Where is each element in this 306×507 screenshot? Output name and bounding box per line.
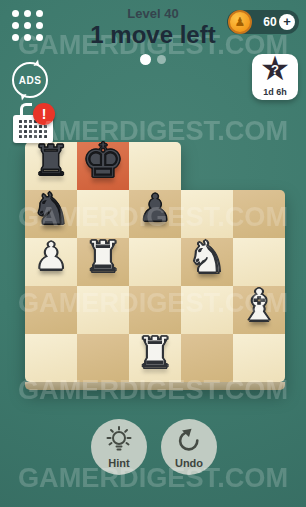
page-dots — [0, 54, 306, 65]
board-cell-r2c2[interactable] — [129, 238, 181, 286]
lightbulb-icon — [104, 425, 134, 455]
undo-arrow-icon — [174, 425, 204, 455]
chess-board[interactable]: ♜♚♞♟♟♜♞♝♜ — [25, 142, 285, 382]
piece-white-rook[interactable]: ♜ — [77, 232, 129, 280]
moves-left-title: 1 move left — [0, 21, 306, 49]
board-cell-r3c3[interactable] — [181, 286, 233, 334]
calendar-dot — [29, 125, 32, 128]
piece-black-knight[interactable]: ♞ — [25, 184, 77, 232]
calendar-dot — [19, 135, 22, 138]
piece-white-bishop[interactable]: ♝ — [233, 280, 285, 328]
calendar-dot — [19, 125, 22, 128]
ads-badge-label: ADS — [19, 75, 42, 86]
calendar-dot — [24, 125, 27, 128]
hint-button[interactable]: Hint — [91, 419, 147, 475]
star-timer: 1d 6h — [252, 87, 298, 97]
piece-black-pawn[interactable]: ♟ — [129, 184, 181, 232]
daily-calendar-icon[interactable]: ! — [13, 103, 57, 147]
notification-badge: ! — [33, 103, 55, 125]
calendar-dot — [29, 135, 32, 138]
board-cell-r4c4[interactable] — [233, 334, 285, 382]
calendar-dot — [44, 125, 47, 128]
piece-white-pawn[interactable]: ♟ — [25, 232, 77, 280]
watermark: GAMERDIGEST.COM — [0, 464, 306, 492]
calendar-dot — [44, 130, 47, 133]
board-cell-r0c2[interactable] — [129, 142, 181, 190]
level-label: Level 40 — [0, 6, 306, 21]
piece-white-knight[interactable]: ♞ — [181, 232, 233, 280]
board-cell-r3c1[interactable] — [77, 286, 129, 334]
calendar-dot — [29, 120, 32, 123]
board-cell-r1c4[interactable] — [233, 190, 285, 238]
calendar-dot — [29, 130, 32, 133]
calendar-dot — [34, 135, 37, 138]
calendar-dot — [34, 125, 37, 128]
piece-white-rook[interactable]: ♜ — [129, 328, 181, 376]
ads-badge-icon[interactable]: ADS — [12, 62, 48, 98]
calendar-dot — [19, 130, 22, 133]
board-cell-r4c0[interactable] — [25, 334, 77, 382]
calendar-dot — [39, 125, 42, 128]
calendar-dot — [34, 130, 37, 133]
calendar-dot — [44, 135, 47, 138]
piece-black-king[interactable]: ♚ — [77, 136, 129, 184]
undo-label: Undo — [161, 457, 217, 469]
calendar-dot — [24, 135, 27, 138]
undo-button[interactable]: Undo — [161, 419, 217, 475]
calendar-dot — [24, 120, 27, 123]
board-cell-r4c3[interactable] — [181, 334, 233, 382]
board-bottom-edge — [25, 382, 285, 390]
calendar-dot — [39, 130, 42, 133]
pocket-chess-screen: GAMERDIGEST.COM GAMERDIGEST.COM GAMERDIG… — [0, 0, 306, 507]
board-cell-r4c1[interactable] — [77, 334, 129, 382]
page-dot-inactive — [157, 55, 166, 64]
board-cell-r3c0[interactable] — [25, 286, 77, 334]
calendar-dot — [24, 130, 27, 133]
hint-label: Hint — [91, 457, 147, 469]
calendar-dot — [39, 135, 42, 138]
calendar-dot — [19, 120, 22, 123]
page-dot-active — [140, 54, 151, 65]
